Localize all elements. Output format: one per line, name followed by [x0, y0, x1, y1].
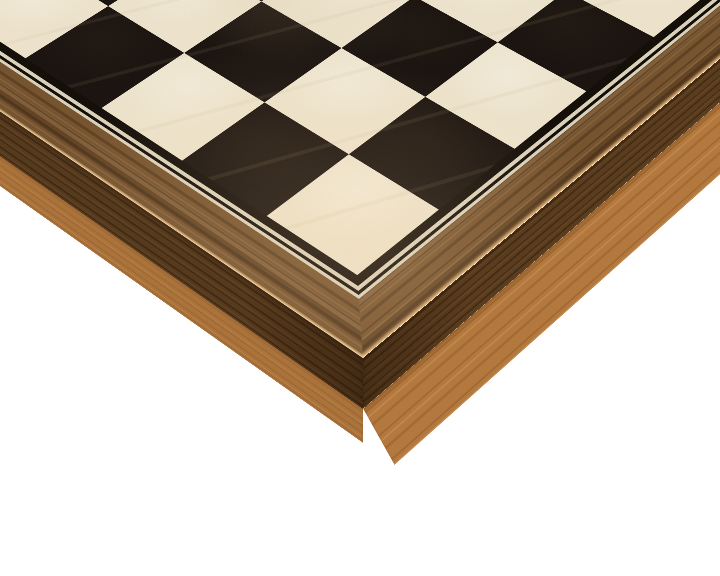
chess-board [0, 0, 720, 358]
chessboard-product-photo [0, 0, 720, 576]
